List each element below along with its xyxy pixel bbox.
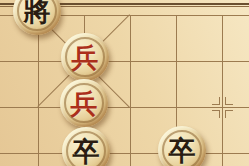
cannon-point-marker-tl	[212, 97, 220, 105]
piece-black-general[interactable]: 將	[13, 0, 61, 35]
grid-line-file-4	[222, 15, 223, 166]
piece-glyph: 兵	[71, 90, 98, 117]
piece-glyph: 卒	[73, 138, 100, 165]
piece-black-soldier[interactable]: 卒	[62, 127, 110, 166]
piece-red-soldier[interactable]: 兵	[61, 33, 109, 81]
cannon-point-marker-br	[225, 110, 233, 118]
piece-glyph: 兵	[72, 44, 99, 71]
piece-red-soldier[interactable]: 兵	[60, 79, 108, 127]
cannon-point-marker-bl	[212, 110, 220, 118]
grid-line-file-0	[38, 15, 39, 166]
cannon-point-marker-tr	[225, 97, 233, 105]
xiangqi-board[interactable]: 將兵兵卒卒	[0, 0, 249, 166]
piece-glyph: 卒	[169, 137, 196, 164]
piece-black-soldier[interactable]: 卒	[158, 126, 206, 166]
grid-line-file-2	[130, 15, 131, 166]
piece-glyph: 將	[24, 0, 51, 25]
